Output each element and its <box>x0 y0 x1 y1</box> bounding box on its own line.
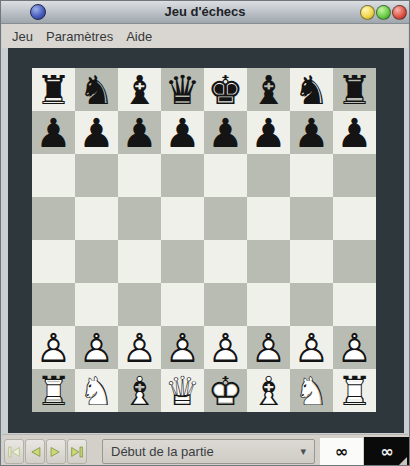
window-title: Jeu d'échecs <box>1 4 409 19</box>
square-h4[interactable] <box>333 240 376 283</box>
square-e3[interactable] <box>204 283 247 326</box>
white-rook-piece: ♜♖ <box>32 369 75 412</box>
square-c1[interactable]: ♝♗ <box>118 369 161 412</box>
black-queen-piece: ♛ <box>161 68 204 111</box>
square-f5[interactable] <box>247 197 290 240</box>
square-h6[interactable] <box>333 154 376 197</box>
square-e5[interactable] <box>204 197 247 240</box>
square-b3[interactable] <box>75 283 118 326</box>
skip-to-start-icon <box>6 444 22 460</box>
board-frame: ♜♞♝♛♚♝♞♜♟♟♟♟♟♟♟♟♟♙♟♙♟♙♟♙♟♙♟♙♟♙♟♙♜♖♞♘♝♗♛♕… <box>8 48 404 433</box>
minimize-button[interactable] <box>360 5 375 20</box>
white-king-piece: ♚♔ <box>204 369 247 412</box>
square-f6[interactable] <box>247 154 290 197</box>
square-g8[interactable]: ♞ <box>290 68 333 111</box>
white-bishop-piece: ♝♗ <box>118 369 161 412</box>
white-pawn-piece: ♟♙ <box>247 326 290 369</box>
arrow-right-icon <box>48 444 64 460</box>
previous-move-button[interactable] <box>25 439 45 464</box>
square-h5[interactable] <box>333 197 376 240</box>
square-f4[interactable] <box>247 240 290 283</box>
black-pawn-piece: ♟ <box>247 111 290 154</box>
square-f3[interactable] <box>247 283 290 326</box>
square-h3[interactable] <box>333 283 376 326</box>
black-rook-piece: ♜ <box>32 68 75 111</box>
white-pawn-piece: ♟♙ <box>290 326 333 369</box>
white-pawn-piece: ♟♙ <box>204 326 247 369</box>
square-d5[interactable] <box>161 197 204 240</box>
square-h1[interactable]: ♜♖ <box>333 369 376 412</box>
last-move-button[interactable] <box>67 439 87 464</box>
square-a2[interactable]: ♟♙ <box>32 326 75 369</box>
white-rook-piece: ♜♖ <box>333 369 376 412</box>
square-b5[interactable] <box>75 197 118 240</box>
move-history-value: Début de la partie <box>103 444 300 459</box>
white-clock-value: ∞ <box>335 442 348 461</box>
square-d8[interactable]: ♛ <box>161 68 204 111</box>
square-b4[interactable] <box>75 240 118 283</box>
square-e4[interactable] <box>204 240 247 283</box>
square-g4[interactable] <box>290 240 333 283</box>
chess-board: ♜♞♝♛♚♝♞♜♟♟♟♟♟♟♟♟♟♙♟♙♟♙♟♙♟♙♟♙♟♙♟♙♜♖♞♘♝♗♛♕… <box>32 68 376 412</box>
arrow-left-icon <box>27 444 43 460</box>
square-c7[interactable]: ♟ <box>118 111 161 154</box>
next-move-button[interactable] <box>46 439 66 464</box>
black-bishop-piece: ♝ <box>247 68 290 111</box>
square-g1[interactable]: ♞♘ <box>290 369 333 412</box>
square-b1[interactable]: ♞♘ <box>75 369 118 412</box>
titlebar-buttons <box>360 5 407 20</box>
skip-to-end-icon <box>69 444 85 460</box>
square-e7[interactable]: ♟ <box>204 111 247 154</box>
square-f8[interactable]: ♝ <box>247 68 290 111</box>
black-pawn-piece: ♟ <box>118 111 161 154</box>
titlebar[interactable]: Jeu d'échecs <box>1 1 409 24</box>
square-c8[interactable]: ♝ <box>118 68 161 111</box>
black-pawn-piece: ♟ <box>32 111 75 154</box>
maximize-button[interactable] <box>376 5 391 20</box>
white-pawn-piece: ♟♙ <box>118 326 161 369</box>
menu-parametres[interactable]: Paramètres <box>46 29 113 44</box>
move-navigation <box>4 439 87 464</box>
square-h7[interactable]: ♟ <box>333 111 376 154</box>
square-a4[interactable] <box>32 240 75 283</box>
square-d4[interactable] <box>161 240 204 283</box>
square-a6[interactable] <box>32 154 75 197</box>
square-e6[interactable] <box>204 154 247 197</box>
square-d2[interactable]: ♟♙ <box>161 326 204 369</box>
square-e2[interactable]: ♟♙ <box>204 326 247 369</box>
black-knight-piece: ♞ <box>290 68 333 111</box>
square-g6[interactable] <box>290 154 333 197</box>
first-move-button[interactable] <box>4 439 24 464</box>
square-d7[interactable]: ♟ <box>161 111 204 154</box>
resize-grip[interactable] <box>398 457 407 466</box>
square-c3[interactable] <box>118 283 161 326</box>
square-a7[interactable]: ♟ <box>32 111 75 154</box>
black-knight-piece: ♞ <box>75 68 118 111</box>
square-b7[interactable]: ♟ <box>75 111 118 154</box>
square-d1[interactable]: ♛♕ <box>161 369 204 412</box>
white-pawn-piece: ♟♙ <box>333 326 376 369</box>
bottom-toolbar: Début de la partie ▾ ∞ ∞ <box>2 434 408 466</box>
white-pawn-piece: ♟♙ <box>75 326 118 369</box>
black-pawn-piece: ♟ <box>290 111 333 154</box>
square-b6[interactable] <box>75 154 118 197</box>
square-b2[interactable]: ♟♙ <box>75 326 118 369</box>
square-d3[interactable] <box>161 283 204 326</box>
white-knight-piece: ♞♘ <box>290 369 333 412</box>
black-bishop-piece: ♝ <box>118 68 161 111</box>
square-c6[interactable] <box>118 154 161 197</box>
close-button[interactable] <box>392 5 407 20</box>
square-a8[interactable]: ♜ <box>32 68 75 111</box>
chevron-down-icon: ▾ <box>300 445 314 458</box>
square-c4[interactable] <box>118 240 161 283</box>
square-a3[interactable] <box>32 283 75 326</box>
square-d6[interactable] <box>161 154 204 197</box>
square-f2[interactable]: ♟♙ <box>247 326 290 369</box>
square-g2[interactable]: ♟♙ <box>290 326 333 369</box>
square-a5[interactable] <box>32 197 75 240</box>
white-pawn-piece: ♟♙ <box>161 326 204 369</box>
chess-app-window: Jeu d'échecs Jeu Paramètres Aide ♜♞♝♛♚♝♞… <box>0 0 410 466</box>
square-g5[interactable] <box>290 197 333 240</box>
black-rook-piece: ♜ <box>333 68 376 111</box>
black-clock-value: ∞ <box>380 442 393 461</box>
black-pawn-piece: ♟ <box>333 111 376 154</box>
square-a1[interactable]: ♜♖ <box>32 369 75 412</box>
square-c5[interactable] <box>118 197 161 240</box>
black-king-piece: ♚ <box>204 68 247 111</box>
white-queen-piece: ♛♕ <box>161 369 204 412</box>
square-c2[interactable]: ♟♙ <box>118 326 161 369</box>
square-f7[interactable]: ♟ <box>247 111 290 154</box>
white-knight-piece: ♞♘ <box>75 369 118 412</box>
square-g3[interactable] <box>290 283 333 326</box>
menu-jeu[interactable]: Jeu <box>12 29 33 44</box>
square-h2[interactable]: ♟♙ <box>333 326 376 369</box>
white-pawn-piece: ♟♙ <box>32 326 75 369</box>
white-bishop-piece: ♝♗ <box>247 369 290 412</box>
square-b8[interactable]: ♞ <box>75 68 118 111</box>
move-history-dropdown[interactable]: Début de la partie ▾ <box>102 439 315 464</box>
black-pawn-piece: ♟ <box>204 111 247 154</box>
square-g7[interactable]: ♟ <box>290 111 333 154</box>
square-h8[interactable]: ♜ <box>333 68 376 111</box>
menu-aide[interactable]: Aide <box>126 29 152 44</box>
square-e8[interactable]: ♚ <box>204 68 247 111</box>
square-f1[interactable]: ♝♗ <box>247 369 290 412</box>
black-pawn-piece: ♟ <box>161 111 204 154</box>
square-e1[interactable]: ♚♔ <box>204 369 247 412</box>
white-clock: ∞ <box>320 438 363 465</box>
black-pawn-piece: ♟ <box>75 111 118 154</box>
menubar: Jeu Paramètres Aide <box>2 24 408 48</box>
